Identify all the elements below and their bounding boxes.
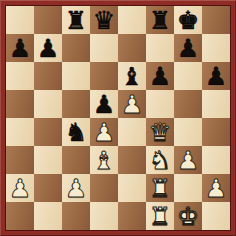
black-pawn-icon[interactable]: ♟ [34, 34, 62, 62]
white-pawn-icon[interactable]: ♟ [90, 118, 118, 146]
square-a6[interactable] [6, 62, 34, 90]
square-f1[interactable]: ♜ [146, 202, 174, 230]
white-knight-icon[interactable]: ♞ [146, 146, 174, 174]
square-d4[interactable]: ♟ [90, 118, 118, 146]
black-queen-icon[interactable]: ♛ [90, 6, 118, 34]
square-c7[interactable] [62, 34, 90, 62]
square-h7[interactable] [202, 34, 230, 62]
square-d3[interactable]: ♝ [90, 146, 118, 174]
square-h8[interactable] [202, 6, 230, 34]
square-e6[interactable]: ♝ [118, 62, 146, 90]
square-g3[interactable]: ♟ [174, 146, 202, 174]
square-a5[interactable] [6, 90, 34, 118]
black-pawn-icon[interactable]: ♟ [90, 90, 118, 118]
white-rook-icon[interactable]: ♜ [146, 202, 174, 230]
square-a3[interactable] [6, 146, 34, 174]
black-bishop-icon[interactable]: ♝ [118, 62, 146, 90]
white-pawn-icon[interactable]: ♟ [62, 174, 90, 202]
white-pawn-icon[interactable]: ♟ [6, 174, 34, 202]
square-e4[interactable] [118, 118, 146, 146]
black-pawn-icon[interactable]: ♟ [146, 62, 174, 90]
square-c3[interactable] [62, 146, 90, 174]
square-c5[interactable] [62, 90, 90, 118]
square-f4[interactable]: ♛ [146, 118, 174, 146]
square-d7[interactable] [90, 34, 118, 62]
square-c1[interactable] [62, 202, 90, 230]
square-b3[interactable] [34, 146, 62, 174]
square-b5[interactable] [34, 90, 62, 118]
square-c8[interactable]: ♜ [62, 6, 90, 34]
square-c2[interactable]: ♟ [62, 174, 90, 202]
black-rook-icon[interactable]: ♜ [146, 6, 174, 34]
square-b8[interactable] [34, 6, 62, 34]
square-h2[interactable]: ♟ [202, 174, 230, 202]
square-d8[interactable]: ♛ [90, 6, 118, 34]
square-e1[interactable] [118, 202, 146, 230]
square-h1[interactable] [202, 202, 230, 230]
black-king-icon[interactable]: ♚ [174, 6, 202, 34]
square-g1[interactable]: ♚ [174, 202, 202, 230]
square-f6[interactable]: ♟ [146, 62, 174, 90]
square-a1[interactable] [6, 202, 34, 230]
square-b1[interactable] [34, 202, 62, 230]
white-pawn-icon[interactable]: ♟ [118, 90, 146, 118]
white-pawn-icon[interactable]: ♟ [202, 174, 230, 202]
square-a7[interactable]: ♟ [6, 34, 34, 62]
square-b4[interactable] [34, 118, 62, 146]
white-pawn-icon[interactable]: ♟ [174, 146, 202, 174]
square-g7[interactable]: ♟ [174, 34, 202, 62]
square-g6[interactable] [174, 62, 202, 90]
square-e5[interactable]: ♟ [118, 90, 146, 118]
square-h3[interactable] [202, 146, 230, 174]
square-g2[interactable] [174, 174, 202, 202]
square-f3[interactable]: ♞ [146, 146, 174, 174]
white-queen-icon[interactable]: ♛ [146, 118, 174, 146]
square-d5[interactable]: ♟ [90, 90, 118, 118]
black-rook-icon[interactable]: ♜ [62, 6, 90, 34]
white-king-icon[interactable]: ♚ [174, 202, 202, 230]
square-d6[interactable] [90, 62, 118, 90]
square-f5[interactable] [146, 90, 174, 118]
square-c6[interactable] [62, 62, 90, 90]
square-d1[interactable] [90, 202, 118, 230]
square-a8[interactable] [6, 6, 34, 34]
black-pawn-icon[interactable]: ♟ [202, 62, 230, 90]
chess-board: ♜♛♜♚♟♟♟♝♟♟♟♟♞♟♛♝♞♟♟♟♜♟♜♚ [6, 6, 230, 230]
chess-board-frame: ♜♛♜♚♟♟♟♝♟♟♟♟♞♟♛♝♞♟♟♟♜♟♜♚ [0, 0, 236, 236]
square-a4[interactable] [6, 118, 34, 146]
black-pawn-icon[interactable]: ♟ [174, 34, 202, 62]
square-h6[interactable]: ♟ [202, 62, 230, 90]
square-c4[interactable]: ♞ [62, 118, 90, 146]
square-b2[interactable] [34, 174, 62, 202]
square-b7[interactable]: ♟ [34, 34, 62, 62]
black-knight-icon[interactable]: ♞ [62, 118, 90, 146]
square-g4[interactable] [174, 118, 202, 146]
black-pawn-icon[interactable]: ♟ [6, 34, 34, 62]
white-rook-icon[interactable]: ♜ [146, 174, 174, 202]
square-e3[interactable] [118, 146, 146, 174]
square-e2[interactable] [118, 174, 146, 202]
square-e7[interactable] [118, 34, 146, 62]
square-d2[interactable] [90, 174, 118, 202]
square-g5[interactable] [174, 90, 202, 118]
square-b6[interactable] [34, 62, 62, 90]
square-e8[interactable] [118, 6, 146, 34]
square-g8[interactable]: ♚ [174, 6, 202, 34]
square-f7[interactable] [146, 34, 174, 62]
square-f8[interactable]: ♜ [146, 6, 174, 34]
white-bishop-icon[interactable]: ♝ [90, 146, 118, 174]
square-h5[interactable] [202, 90, 230, 118]
square-a2[interactable]: ♟ [6, 174, 34, 202]
square-f2[interactable]: ♜ [146, 174, 174, 202]
square-h4[interactable] [202, 118, 230, 146]
